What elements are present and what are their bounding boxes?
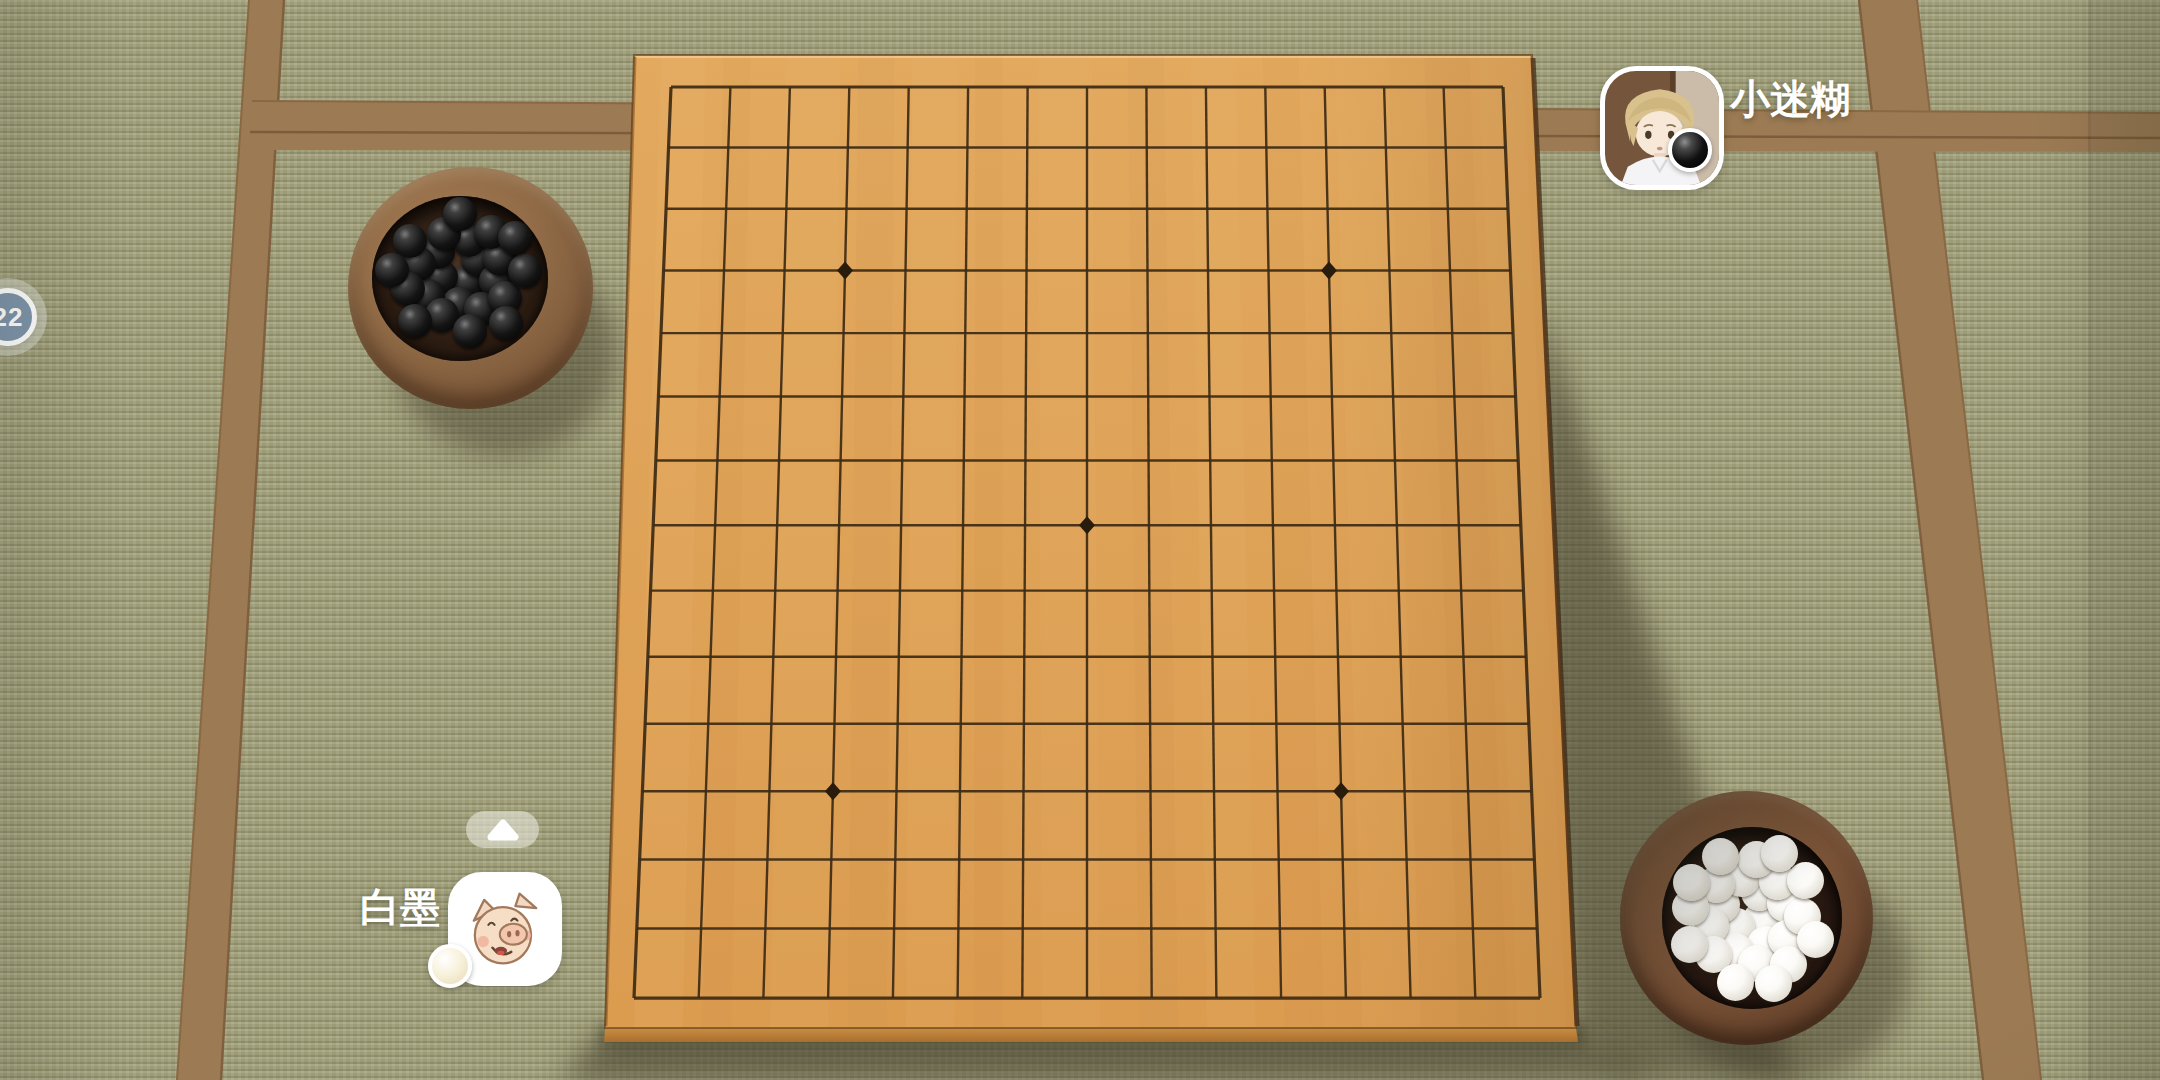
black-bowl-stone: [443, 197, 477, 231]
board-front-face: [604, 1028, 1578, 1042]
white-bowl-stone: [1797, 921, 1834, 958]
black-stone-bowl: [348, 167, 593, 409]
player-black-avatar[interactable]: [1600, 66, 1724, 190]
black-bowl-stone: [498, 221, 532, 255]
white-bowl-stone: [1702, 838, 1739, 875]
white-bowl-stone: [1761, 835, 1798, 872]
black-bowl-stone: [398, 304, 432, 338]
white-stone-badge-icon: [428, 944, 472, 988]
white-bowl-stone: [1787, 862, 1824, 899]
black-bowl-stone: [489, 306, 523, 340]
player-white-name: 白墨: [310, 880, 440, 935]
black-bowl-stone: [375, 253, 409, 287]
player-black-name: 小迷糊: [1730, 72, 1850, 127]
black-bowl-opening: [372, 196, 548, 361]
white-bowl-stone: [1717, 964, 1754, 1001]
white-bowl-opening: [1662, 827, 1842, 1009]
white-bowl-stone: [1755, 965, 1792, 1002]
black-bowl-stone: [453, 314, 487, 348]
white-bowl-stone: [1671, 926, 1708, 963]
black-bowl-stone: [393, 224, 427, 258]
black-stone-badge-icon: [1668, 128, 1712, 172]
go-match-scene: { "game": "go", "scene": "overhead onlin…: [0, 0, 2160, 1080]
cloud-triangle-up-icon: [487, 819, 519, 841]
black-bowl-stone: [508, 254, 542, 288]
timer-value: 22: [0, 302, 23, 333]
white-stone-bowl: [1620, 791, 1873, 1045]
thought-bubble-button[interactable]: [466, 811, 539, 848]
